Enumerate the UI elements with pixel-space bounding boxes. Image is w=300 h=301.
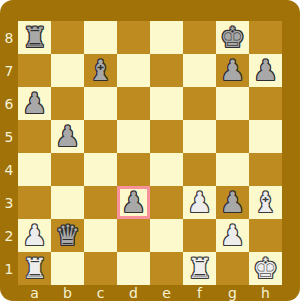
rank-label-8: 8 [0, 21, 18, 54]
file-label-e: e [150, 284, 183, 301]
square-h4[interactable] [249, 153, 282, 186]
square-g1[interactable] [216, 252, 249, 285]
square-e5[interactable] [150, 120, 183, 153]
file-label-f: f [183, 284, 216, 301]
square-h2[interactable] [249, 219, 282, 252]
file-label-h: h [249, 284, 282, 301]
square-c5[interactable] [84, 120, 117, 153]
white-pawn[interactable]: ♟ [18, 219, 51, 252]
square-a7[interactable] [18, 54, 51, 87]
square-f4[interactable] [183, 153, 216, 186]
square-h1[interactable]: ♚ [249, 252, 282, 285]
file-label-c: c [84, 284, 117, 301]
file-label-a: a [18, 284, 51, 301]
square-g4[interactable] [216, 153, 249, 186]
square-b4[interactable] [51, 153, 84, 186]
square-d7[interactable] [117, 54, 150, 87]
square-e8[interactable] [150, 21, 183, 54]
square-g2[interactable]: ♟ [216, 219, 249, 252]
square-e3[interactable] [150, 186, 183, 219]
square-c8[interactable] [84, 21, 117, 54]
square-a8[interactable]: ♜ [18, 21, 51, 54]
board: ♜♚♝♟♟♟♟♟♟♟♝♟♛♟♜♜♚ [18, 21, 282, 285]
rank-label-1: 1 [0, 252, 18, 285]
square-a6[interactable]: ♟ [18, 87, 51, 120]
square-c6[interactable] [84, 87, 117, 120]
square-b6[interactable] [51, 87, 84, 120]
white-rook[interactable]: ♜ [18, 252, 51, 285]
square-e2[interactable] [150, 219, 183, 252]
rank-labels: 87654321 [0, 21, 18, 285]
black-rook[interactable]: ♜ [18, 21, 51, 54]
square-b1[interactable] [51, 252, 84, 285]
square-d5[interactable] [117, 120, 150, 153]
square-g7[interactable]: ♟ [216, 54, 249, 87]
square-h8[interactable] [249, 21, 282, 54]
square-b5[interactable]: ♟ [51, 120, 84, 153]
black-pawn[interactable]: ♟ [216, 54, 249, 87]
square-h6[interactable] [249, 87, 282, 120]
white-rook[interactable]: ♜ [183, 252, 216, 285]
square-f8[interactable] [183, 21, 216, 54]
square-e7[interactable] [150, 54, 183, 87]
black-pawn[interactable]: ♟ [216, 186, 249, 219]
black-queen[interactable]: ♛ [51, 219, 84, 252]
black-pawn[interactable]: ♟ [249, 54, 282, 87]
rank-label-5: 5 [0, 120, 18, 153]
square-f1[interactable]: ♜ [183, 252, 216, 285]
rank-label-7: 7 [0, 54, 18, 87]
square-d4[interactable] [117, 153, 150, 186]
square-f2[interactable] [183, 219, 216, 252]
square-a5[interactable] [18, 120, 51, 153]
square-c4[interactable] [84, 153, 117, 186]
square-c1[interactable] [84, 252, 117, 285]
square-h7[interactable]: ♟ [249, 54, 282, 87]
square-d2[interactable] [117, 219, 150, 252]
square-b2[interactable]: ♛ [51, 219, 84, 252]
square-g3[interactable]: ♟ [216, 186, 249, 219]
file-label-g: g [216, 284, 249, 301]
white-bishop[interactable]: ♝ [249, 186, 282, 219]
file-label-b: b [51, 284, 84, 301]
square-f7[interactable] [183, 54, 216, 87]
rank-label-6: 6 [0, 87, 18, 120]
square-g6[interactable] [216, 87, 249, 120]
square-d6[interactable] [117, 87, 150, 120]
square-c2[interactable] [84, 219, 117, 252]
file-label-d: d [117, 284, 150, 301]
black-pawn[interactable]: ♟ [18, 87, 51, 120]
square-g8[interactable]: ♚ [216, 21, 249, 54]
square-c3[interactable] [84, 186, 117, 219]
white-pawn[interactable]: ♟ [183, 186, 216, 219]
square-f5[interactable] [183, 120, 216, 153]
square-g5[interactable] [216, 120, 249, 153]
white-pawn[interactable]: ♟ [216, 219, 249, 252]
rank-label-2: 2 [0, 219, 18, 252]
black-pawn[interactable]: ♟ [51, 120, 84, 153]
square-f3[interactable]: ♟ [183, 186, 216, 219]
square-a3[interactable] [18, 186, 51, 219]
square-e4[interactable] [150, 153, 183, 186]
rank-label-4: 4 [0, 153, 18, 186]
rank-label-3: 3 [0, 186, 18, 219]
square-h3[interactable]: ♝ [249, 186, 282, 219]
file-labels: abcdefgh [18, 284, 282, 301]
square-b7[interactable] [51, 54, 84, 87]
square-e6[interactable] [150, 87, 183, 120]
white-king[interactable]: ♚ [249, 252, 282, 285]
square-f6[interactable] [183, 87, 216, 120]
square-b3[interactable] [51, 186, 84, 219]
square-h5[interactable] [249, 120, 282, 153]
black-bishop[interactable]: ♝ [84, 54, 117, 87]
square-c7[interactable]: ♝ [84, 54, 117, 87]
square-a4[interactable] [18, 153, 51, 186]
square-b8[interactable] [51, 21, 84, 54]
square-a1[interactable]: ♜ [18, 252, 51, 285]
square-a2[interactable]: ♟ [18, 219, 51, 252]
square-e1[interactable] [150, 252, 183, 285]
square-d1[interactable] [117, 252, 150, 285]
black-pawn[interactable]: ♟ [117, 186, 150, 219]
black-king[interactable]: ♚ [216, 21, 249, 54]
square-d8[interactable] [117, 21, 150, 54]
square-d3[interactable]: ♟ [117, 186, 150, 219]
